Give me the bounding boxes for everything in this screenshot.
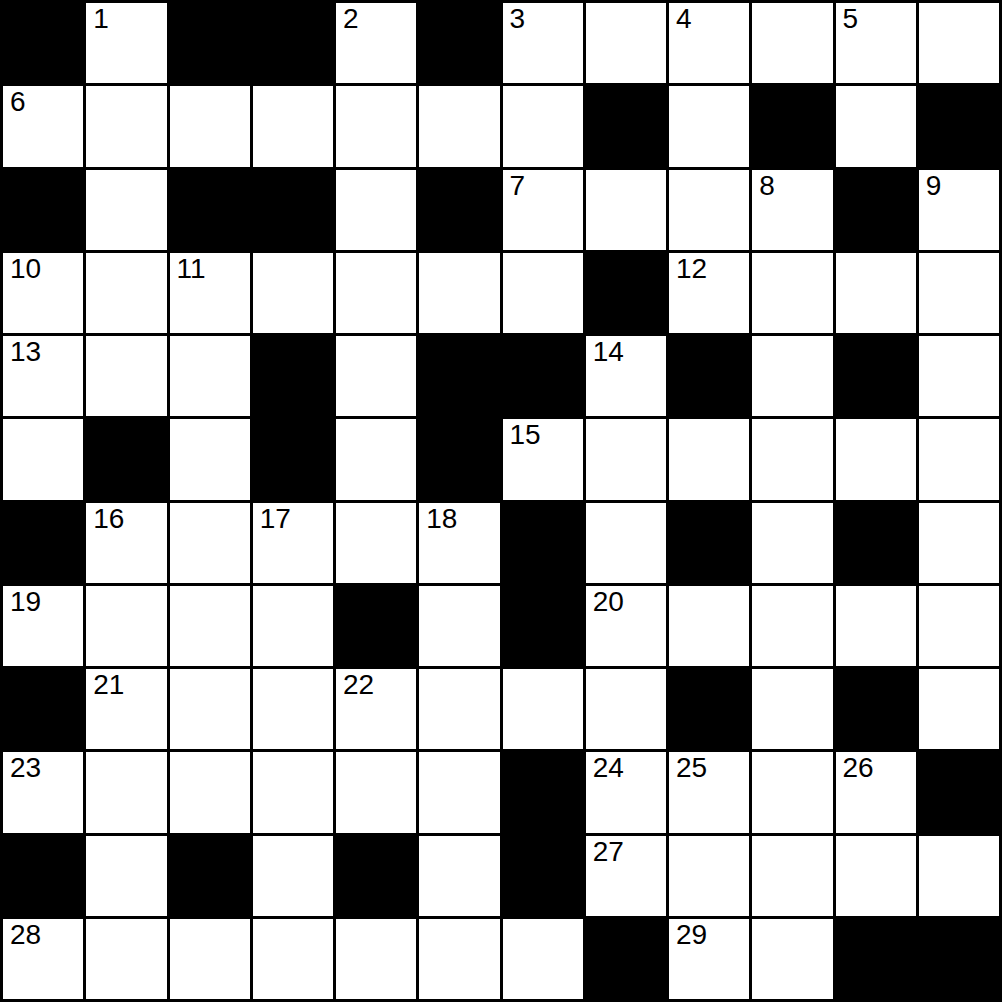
white-cell-r10c9[interactable]: 25 — [669, 752, 749, 832]
white-cell-r7c5[interactable] — [336, 503, 416, 583]
black-cell-r2c8 — [586, 86, 666, 166]
white-cell-r9c8[interactable] — [586, 669, 666, 749]
white-cell-r2c5[interactable] — [336, 86, 416, 166]
white-cell-r3c7[interactable]: 7 — [503, 170, 583, 250]
black-cell-r3c3 — [170, 170, 250, 250]
clue-number-8: 8 — [759, 171, 775, 200]
white-cell-r4c12[interactable] — [919, 253, 999, 333]
black-cell-r2c10 — [752, 86, 832, 166]
white-cell-r9c4[interactable] — [253, 669, 333, 749]
white-cell-r10c11[interactable]: 26 — [836, 752, 916, 832]
clue-number-18: 18 — [426, 504, 457, 533]
white-cell-r10c1[interactable]: 23 — [3, 752, 83, 832]
white-cell-r5c5[interactable] — [336, 336, 416, 416]
white-cell-r11c4[interactable] — [253, 836, 333, 916]
white-cell-r4c10[interactable] — [752, 253, 832, 333]
clue-number-29: 29 — [676, 920, 707, 949]
black-cell-r5c4 — [253, 336, 333, 416]
white-cell-r4c2[interactable] — [86, 253, 166, 333]
white-cell-r10c10[interactable] — [752, 752, 832, 832]
white-cell-r9c10[interactable] — [752, 669, 832, 749]
white-cell-r6c5[interactable] — [336, 419, 416, 499]
clue-number-7: 7 — [510, 171, 526, 200]
white-cell-r7c4[interactable]: 17 — [253, 503, 333, 583]
clue-number-14: 14 — [593, 337, 624, 366]
white-cell-r8c3[interactable] — [170, 586, 250, 666]
black-cell-r10c12 — [919, 752, 999, 832]
white-cell-r12c2[interactable] — [86, 919, 166, 999]
black-cell-r3c1 — [3, 170, 83, 250]
white-cell-r12c6[interactable] — [419, 919, 499, 999]
white-cell-r11c6[interactable] — [419, 836, 499, 916]
clue-number-16: 16 — [93, 504, 124, 533]
white-cell-r3c9[interactable] — [669, 170, 749, 250]
clue-number-9: 9 — [926, 171, 942, 200]
white-cell-r6c1[interactable] — [3, 419, 83, 499]
white-cell-r6c7[interactable]: 15 — [503, 419, 583, 499]
white-cell-r7c12[interactable] — [919, 503, 999, 583]
black-cell-r2c12 — [919, 86, 999, 166]
clue-number-21: 21 — [93, 670, 124, 699]
black-cell-r4c8 — [586, 253, 666, 333]
clue-number-23: 23 — [10, 753, 41, 782]
black-cell-r12c11 — [836, 919, 916, 999]
clue-number-1: 1 — [93, 4, 109, 33]
white-cell-r4c1[interactable]: 10 — [3, 253, 83, 333]
black-cell-r7c1 — [3, 503, 83, 583]
white-cell-r6c3[interactable] — [170, 419, 250, 499]
black-cell-r7c11 — [836, 503, 916, 583]
white-cell-r1c7[interactable]: 3 — [503, 3, 583, 83]
white-cell-r2c1[interactable]: 6 — [3, 86, 83, 166]
white-cell-r1c12[interactable] — [919, 3, 999, 83]
clue-number-11: 11 — [177, 254, 206, 283]
white-cell-r2c11[interactable] — [836, 86, 916, 166]
white-cell-r5c2[interactable] — [86, 336, 166, 416]
white-cell-r3c5[interactable] — [336, 170, 416, 250]
white-cell-r2c6[interactable] — [419, 86, 499, 166]
black-cell-r7c7 — [503, 503, 583, 583]
white-cell-r2c7[interactable] — [503, 86, 583, 166]
white-cell-r7c2[interactable]: 16 — [86, 503, 166, 583]
white-cell-r10c8[interactable]: 24 — [586, 752, 666, 832]
clue-number-5: 5 — [843, 4, 859, 33]
clue-number-19: 19 — [10, 587, 41, 616]
white-cell-r1c5[interactable]: 2 — [336, 3, 416, 83]
white-cell-r9c6[interactable] — [419, 669, 499, 749]
white-cell-r9c12[interactable] — [919, 669, 999, 749]
white-cell-r5c1[interactable]: 13 — [3, 336, 83, 416]
white-cell-r1c8[interactable] — [586, 3, 666, 83]
white-cell-r8c4[interactable] — [253, 586, 333, 666]
black-cell-r12c8 — [586, 919, 666, 999]
white-cell-r4c5[interactable] — [336, 253, 416, 333]
black-cell-r7c9 — [669, 503, 749, 583]
white-cell-r4c9[interactable]: 12 — [669, 253, 749, 333]
white-cell-r3c10[interactable]: 8 — [752, 170, 832, 250]
clue-number-26: 26 — [843, 753, 874, 782]
black-cell-r11c5 — [336, 836, 416, 916]
white-cell-r3c12[interactable]: 9 — [919, 170, 999, 250]
clue-number-6: 6 — [10, 87, 26, 116]
white-cell-r8c11[interactable] — [836, 586, 916, 666]
white-cell-r11c8[interactable]: 27 — [586, 836, 666, 916]
white-cell-r10c4[interactable] — [253, 752, 333, 832]
white-cell-r12c9[interactable]: 29 — [669, 919, 749, 999]
black-cell-r5c6 — [419, 336, 499, 416]
white-cell-r6c10[interactable] — [752, 419, 832, 499]
white-cell-r10c6[interactable] — [419, 752, 499, 832]
white-cell-r11c9[interactable] — [669, 836, 749, 916]
black-cell-r6c6 — [419, 419, 499, 499]
white-cell-r7c10[interactable] — [752, 503, 832, 583]
white-cell-r8c8[interactable]: 20 — [586, 586, 666, 666]
white-cell-r10c5[interactable] — [336, 752, 416, 832]
white-cell-r6c8[interactable] — [586, 419, 666, 499]
crossword-grid: 1234567891011121314151617181920212223242… — [0, 0, 1002, 1002]
black-cell-r12c12 — [919, 919, 999, 999]
white-cell-r11c2[interactable] — [86, 836, 166, 916]
white-cell-r8c1[interactable]: 19 — [3, 586, 83, 666]
white-cell-r10c2[interactable] — [86, 752, 166, 832]
white-cell-r2c4[interactable] — [253, 86, 333, 166]
white-cell-r1c11[interactable]: 5 — [836, 3, 916, 83]
white-cell-r2c2[interactable] — [86, 86, 166, 166]
white-cell-r4c7[interactable] — [503, 253, 583, 333]
clue-number-13: 13 — [10, 337, 41, 366]
black-cell-r5c7 — [503, 336, 583, 416]
white-cell-r6c9[interactable] — [669, 419, 749, 499]
black-cell-r10c7 — [503, 752, 583, 832]
black-cell-r6c4 — [253, 419, 333, 499]
clue-number-28: 28 — [10, 920, 41, 949]
white-cell-r2c3[interactable] — [170, 86, 250, 166]
white-cell-r7c3[interactable] — [170, 503, 250, 583]
white-cell-r9c2[interactable]: 21 — [86, 669, 166, 749]
white-cell-r8c6[interactable] — [419, 586, 499, 666]
white-cell-r1c2[interactable]: 1 — [86, 3, 166, 83]
clue-number-15: 15 — [510, 420, 541, 449]
clue-number-24: 24 — [593, 753, 624, 782]
clue-number-4: 4 — [676, 4, 692, 33]
white-cell-r3c8[interactable] — [586, 170, 666, 250]
clue-number-27: 27 — [593, 837, 624, 866]
white-cell-r8c9[interactable] — [669, 586, 749, 666]
clue-number-10: 10 — [10, 254, 41, 283]
white-cell-r11c12[interactable] — [919, 836, 999, 916]
white-cell-r2c9[interactable] — [669, 86, 749, 166]
white-cell-r12c1[interactable]: 28 — [3, 919, 83, 999]
black-cell-r3c11 — [836, 170, 916, 250]
white-cell-r7c8[interactable] — [586, 503, 666, 583]
white-cell-r5c3[interactable] — [170, 336, 250, 416]
white-cell-r12c7[interactable] — [503, 919, 583, 999]
black-cell-r5c11 — [836, 336, 916, 416]
black-cell-r3c6 — [419, 170, 499, 250]
black-cell-r9c1 — [3, 669, 83, 749]
white-cell-r8c10[interactable] — [752, 586, 832, 666]
white-cell-r9c5[interactable]: 22 — [336, 669, 416, 749]
white-cell-r10c3[interactable] — [170, 752, 250, 832]
black-cell-r11c7 — [503, 836, 583, 916]
white-cell-r4c6[interactable] — [419, 253, 499, 333]
white-cell-r8c12[interactable] — [919, 586, 999, 666]
clue-number-12: 12 — [676, 254, 707, 283]
black-cell-r9c11 — [836, 669, 916, 749]
black-cell-r1c3 — [170, 3, 250, 83]
white-cell-r6c12[interactable] — [919, 419, 999, 499]
white-cell-r4c4[interactable] — [253, 253, 333, 333]
white-cell-r6c11[interactable] — [836, 419, 916, 499]
black-cell-r5c9 — [669, 336, 749, 416]
black-cell-r9c9 — [669, 669, 749, 749]
clue-number-22: 22 — [343, 670, 374, 699]
white-cell-r9c7[interactable] — [503, 669, 583, 749]
black-cell-r11c3 — [170, 836, 250, 916]
white-cell-r12c3[interactable] — [170, 919, 250, 999]
black-cell-r1c4 — [253, 3, 333, 83]
black-cell-r1c1 — [3, 3, 83, 83]
black-cell-r8c7 — [503, 586, 583, 666]
white-cell-r7c6[interactable]: 18 — [419, 503, 499, 583]
white-cell-r11c10[interactable] — [752, 836, 832, 916]
white-cell-r12c4[interactable] — [253, 919, 333, 999]
clue-number-20: 20 — [593, 587, 624, 616]
clue-number-17: 17 — [260, 504, 291, 533]
white-cell-r3c2[interactable] — [86, 170, 166, 250]
black-cell-r8c5 — [336, 586, 416, 666]
black-cell-r11c1 — [3, 836, 83, 916]
black-cell-r3c4 — [253, 170, 333, 250]
white-cell-r8c2[interactable] — [86, 586, 166, 666]
white-cell-r12c5[interactable] — [336, 919, 416, 999]
white-cell-r4c11[interactable] — [836, 253, 916, 333]
clue-number-3: 3 — [510, 4, 526, 33]
white-cell-r4c3[interactable]: 11 — [170, 253, 250, 333]
black-cell-r1c6 — [419, 3, 499, 83]
white-cell-r9c3[interactable] — [170, 669, 250, 749]
white-cell-r11c11[interactable] — [836, 836, 916, 916]
white-cell-r1c10[interactable] — [752, 3, 832, 83]
white-cell-r5c10[interactable] — [752, 336, 832, 416]
white-cell-r1c9[interactable]: 4 — [669, 3, 749, 83]
white-cell-r5c8[interactable]: 14 — [586, 336, 666, 416]
clue-number-2: 2 — [343, 4, 359, 33]
black-cell-r6c2 — [86, 419, 166, 499]
white-cell-r12c10[interactable] — [752, 919, 832, 999]
white-cell-r5c12[interactable] — [919, 336, 999, 416]
clue-number-25: 25 — [676, 753, 707, 782]
